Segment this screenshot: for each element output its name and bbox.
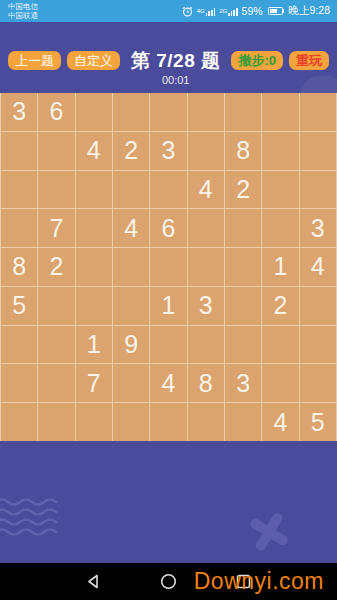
cell-r8c1[interactable] (1, 364, 37, 402)
game-header: 上一题 自定义 第 7/28 题 00:01 撤步:0 重玩 (0, 22, 337, 93)
cell-r1c3[interactable] (76, 93, 112, 131)
cell-r5c2[interactable]: 2 (38, 248, 74, 286)
cell-r9c8[interactable]: 4 (262, 403, 298, 441)
cell-r8c7[interactable]: 3 (225, 364, 261, 402)
cell-r9c7[interactable] (225, 403, 261, 441)
status-time: 晚上9:28 (289, 4, 330, 18)
sim1-signal: 4G (197, 6, 215, 16)
cell-r6c9[interactable] (300, 287, 336, 325)
cell-r7c7[interactable] (225, 326, 261, 364)
cell-r6c4[interactable] (113, 287, 149, 325)
signal-bars-icon (206, 6, 215, 16)
replay-button[interactable]: 重玩 (289, 51, 329, 70)
cell-r7c9[interactable] (300, 326, 336, 364)
undo-button[interactable]: 撤步:0 (231, 51, 283, 70)
cell-r9c1[interactable] (1, 403, 37, 441)
status-indicators: 4G 2G 59% 晚上9:28 (182, 4, 330, 18)
cell-r7c5[interactable] (150, 326, 186, 364)
cell-r3c1[interactable] (1, 171, 37, 209)
cell-r1c1[interactable]: 3 (1, 93, 37, 131)
cell-r8c4[interactable] (113, 364, 149, 402)
sim2-network-type: 2G (219, 8, 227, 14)
cell-r3c7[interactable]: 2 (225, 171, 261, 209)
cell-r4c5[interactable]: 6 (150, 209, 186, 247)
alarm-clock-icon (182, 6, 193, 17)
cell-r2c7[interactable]: 8 (225, 132, 261, 170)
cell-r2c5[interactable]: 3 (150, 132, 186, 170)
cell-r1c9[interactable] (300, 93, 336, 131)
cell-r7c8[interactable] (262, 326, 298, 364)
cell-r2c3[interactable]: 4 (76, 132, 112, 170)
prev-puzzle-button[interactable]: 上一题 (8, 51, 61, 70)
cell-r7c6[interactable] (188, 326, 224, 364)
cell-r8c6[interactable]: 8 (188, 364, 224, 402)
cross-decoration (240, 503, 298, 561)
cell-r4c1[interactable] (1, 209, 37, 247)
cell-r2c9[interactable] (300, 132, 336, 170)
cell-r5c3[interactable] (76, 248, 112, 286)
signal-bars-icon (228, 6, 237, 16)
sim2-signal: 2G (219, 6, 237, 16)
cell-r4c8[interactable] (262, 209, 298, 247)
cell-r1c2[interactable]: 6 (38, 93, 74, 131)
battery-percent: 59% (242, 5, 263, 17)
footer-area (0, 441, 337, 563)
cell-r5c8[interactable]: 1 (262, 248, 298, 286)
cell-r8c5[interactable]: 4 (150, 364, 186, 402)
home-icon[interactable] (160, 573, 177, 590)
cell-r2c4[interactable]: 2 (113, 132, 149, 170)
cell-r5c6[interactable] (188, 248, 224, 286)
cell-r9c4[interactable] (113, 403, 149, 441)
cell-r3c8[interactable] (262, 171, 298, 209)
cell-r4c3[interactable] (76, 209, 112, 247)
cell-r9c6[interactable] (188, 403, 224, 441)
cell-r3c3[interactable] (76, 171, 112, 209)
cell-r1c4[interactable] (113, 93, 149, 131)
cell-r5c9[interactable]: 4 (300, 248, 336, 286)
cell-r9c9[interactable]: 5 (300, 403, 336, 441)
carrier-1: 中国电信 (8, 2, 38, 11)
cell-r4c6[interactable] (188, 209, 224, 247)
cell-r5c7[interactable] (225, 248, 261, 286)
cell-r1c6[interactable] (188, 93, 224, 131)
cell-r6c3[interactable] (76, 287, 112, 325)
cell-r3c9[interactable] (300, 171, 336, 209)
cell-r6c2[interactable] (38, 287, 74, 325)
cell-r6c5[interactable]: 1 (150, 287, 186, 325)
phone-screen: 中国电信 中国联通 4G 2G 59% 晚上9:28 上一题 (0, 0, 337, 600)
cell-r4c9[interactable]: 3 (300, 209, 336, 247)
back-icon[interactable] (85, 573, 102, 590)
cell-r8c9[interactable] (300, 364, 336, 402)
sim1-network-type: 4G (197, 8, 205, 14)
cell-r9c3[interactable] (76, 403, 112, 441)
cell-r5c5[interactable] (150, 248, 186, 286)
cell-r3c6[interactable]: 4 (188, 171, 224, 209)
header-row: 上一题 自定义 第 7/28 题 00:01 撤步:0 重玩 (0, 22, 337, 87)
cell-r6c1[interactable]: 5 (1, 287, 37, 325)
cell-r2c1[interactable] (1, 132, 37, 170)
cell-r7c4[interactable]: 9 (113, 326, 149, 364)
cell-r6c7[interactable] (225, 287, 261, 325)
cell-r2c6[interactable] (188, 132, 224, 170)
cell-r1c8[interactable] (262, 93, 298, 131)
cell-r1c7[interactable] (225, 93, 261, 131)
cell-r7c2[interactable] (38, 326, 74, 364)
cell-r6c8[interactable]: 2 (262, 287, 298, 325)
custom-puzzle-button[interactable]: 自定义 (67, 51, 120, 70)
waves-decoration (0, 498, 60, 540)
cell-r8c8[interactable] (262, 364, 298, 402)
android-nav-bar: Downyi.com (0, 563, 337, 600)
cell-r8c3[interactable]: 7 (76, 364, 112, 402)
carrier-2: 中国联通 (8, 11, 38, 20)
cell-r7c3[interactable]: 1 (76, 326, 112, 364)
watermark: Downyi.com (194, 567, 324, 595)
sudoku-board: 3642384274638214513219748345 (0, 93, 337, 441)
cell-r6c6[interactable]: 3 (188, 287, 224, 325)
cell-r5c1[interactable]: 8 (1, 248, 37, 286)
cell-r9c5[interactable] (150, 403, 186, 441)
cell-r1c5[interactable] (150, 93, 186, 131)
cell-r8c2[interactable] (38, 364, 74, 402)
cell-r9c2[interactable] (38, 403, 74, 441)
cell-r4c2[interactable]: 7 (38, 209, 74, 247)
cell-r7c1[interactable] (1, 326, 37, 364)
cell-r2c8[interactable] (262, 132, 298, 170)
cell-r3c4[interactable] (113, 171, 149, 209)
cell-r5c4[interactable] (113, 248, 149, 286)
cell-r3c2[interactable] (38, 171, 74, 209)
cell-r4c4[interactable]: 4 (113, 209, 149, 247)
puzzle-title: 第 7/28 题 (131, 49, 221, 72)
battery-icon (268, 7, 283, 15)
title-block: 第 7/28 题 00:01 (120, 49, 231, 87)
cell-r4c7[interactable] (225, 209, 261, 247)
cell-r2c2[interactable] (38, 132, 74, 170)
carrier-labels: 中国电信 中国联通 (8, 2, 38, 20)
status-bar: 中国电信 中国联通 4G 2G 59% 晚上9:28 (0, 0, 337, 22)
cell-r3c5[interactable] (150, 171, 186, 209)
timer: 00:01 (162, 74, 190, 87)
